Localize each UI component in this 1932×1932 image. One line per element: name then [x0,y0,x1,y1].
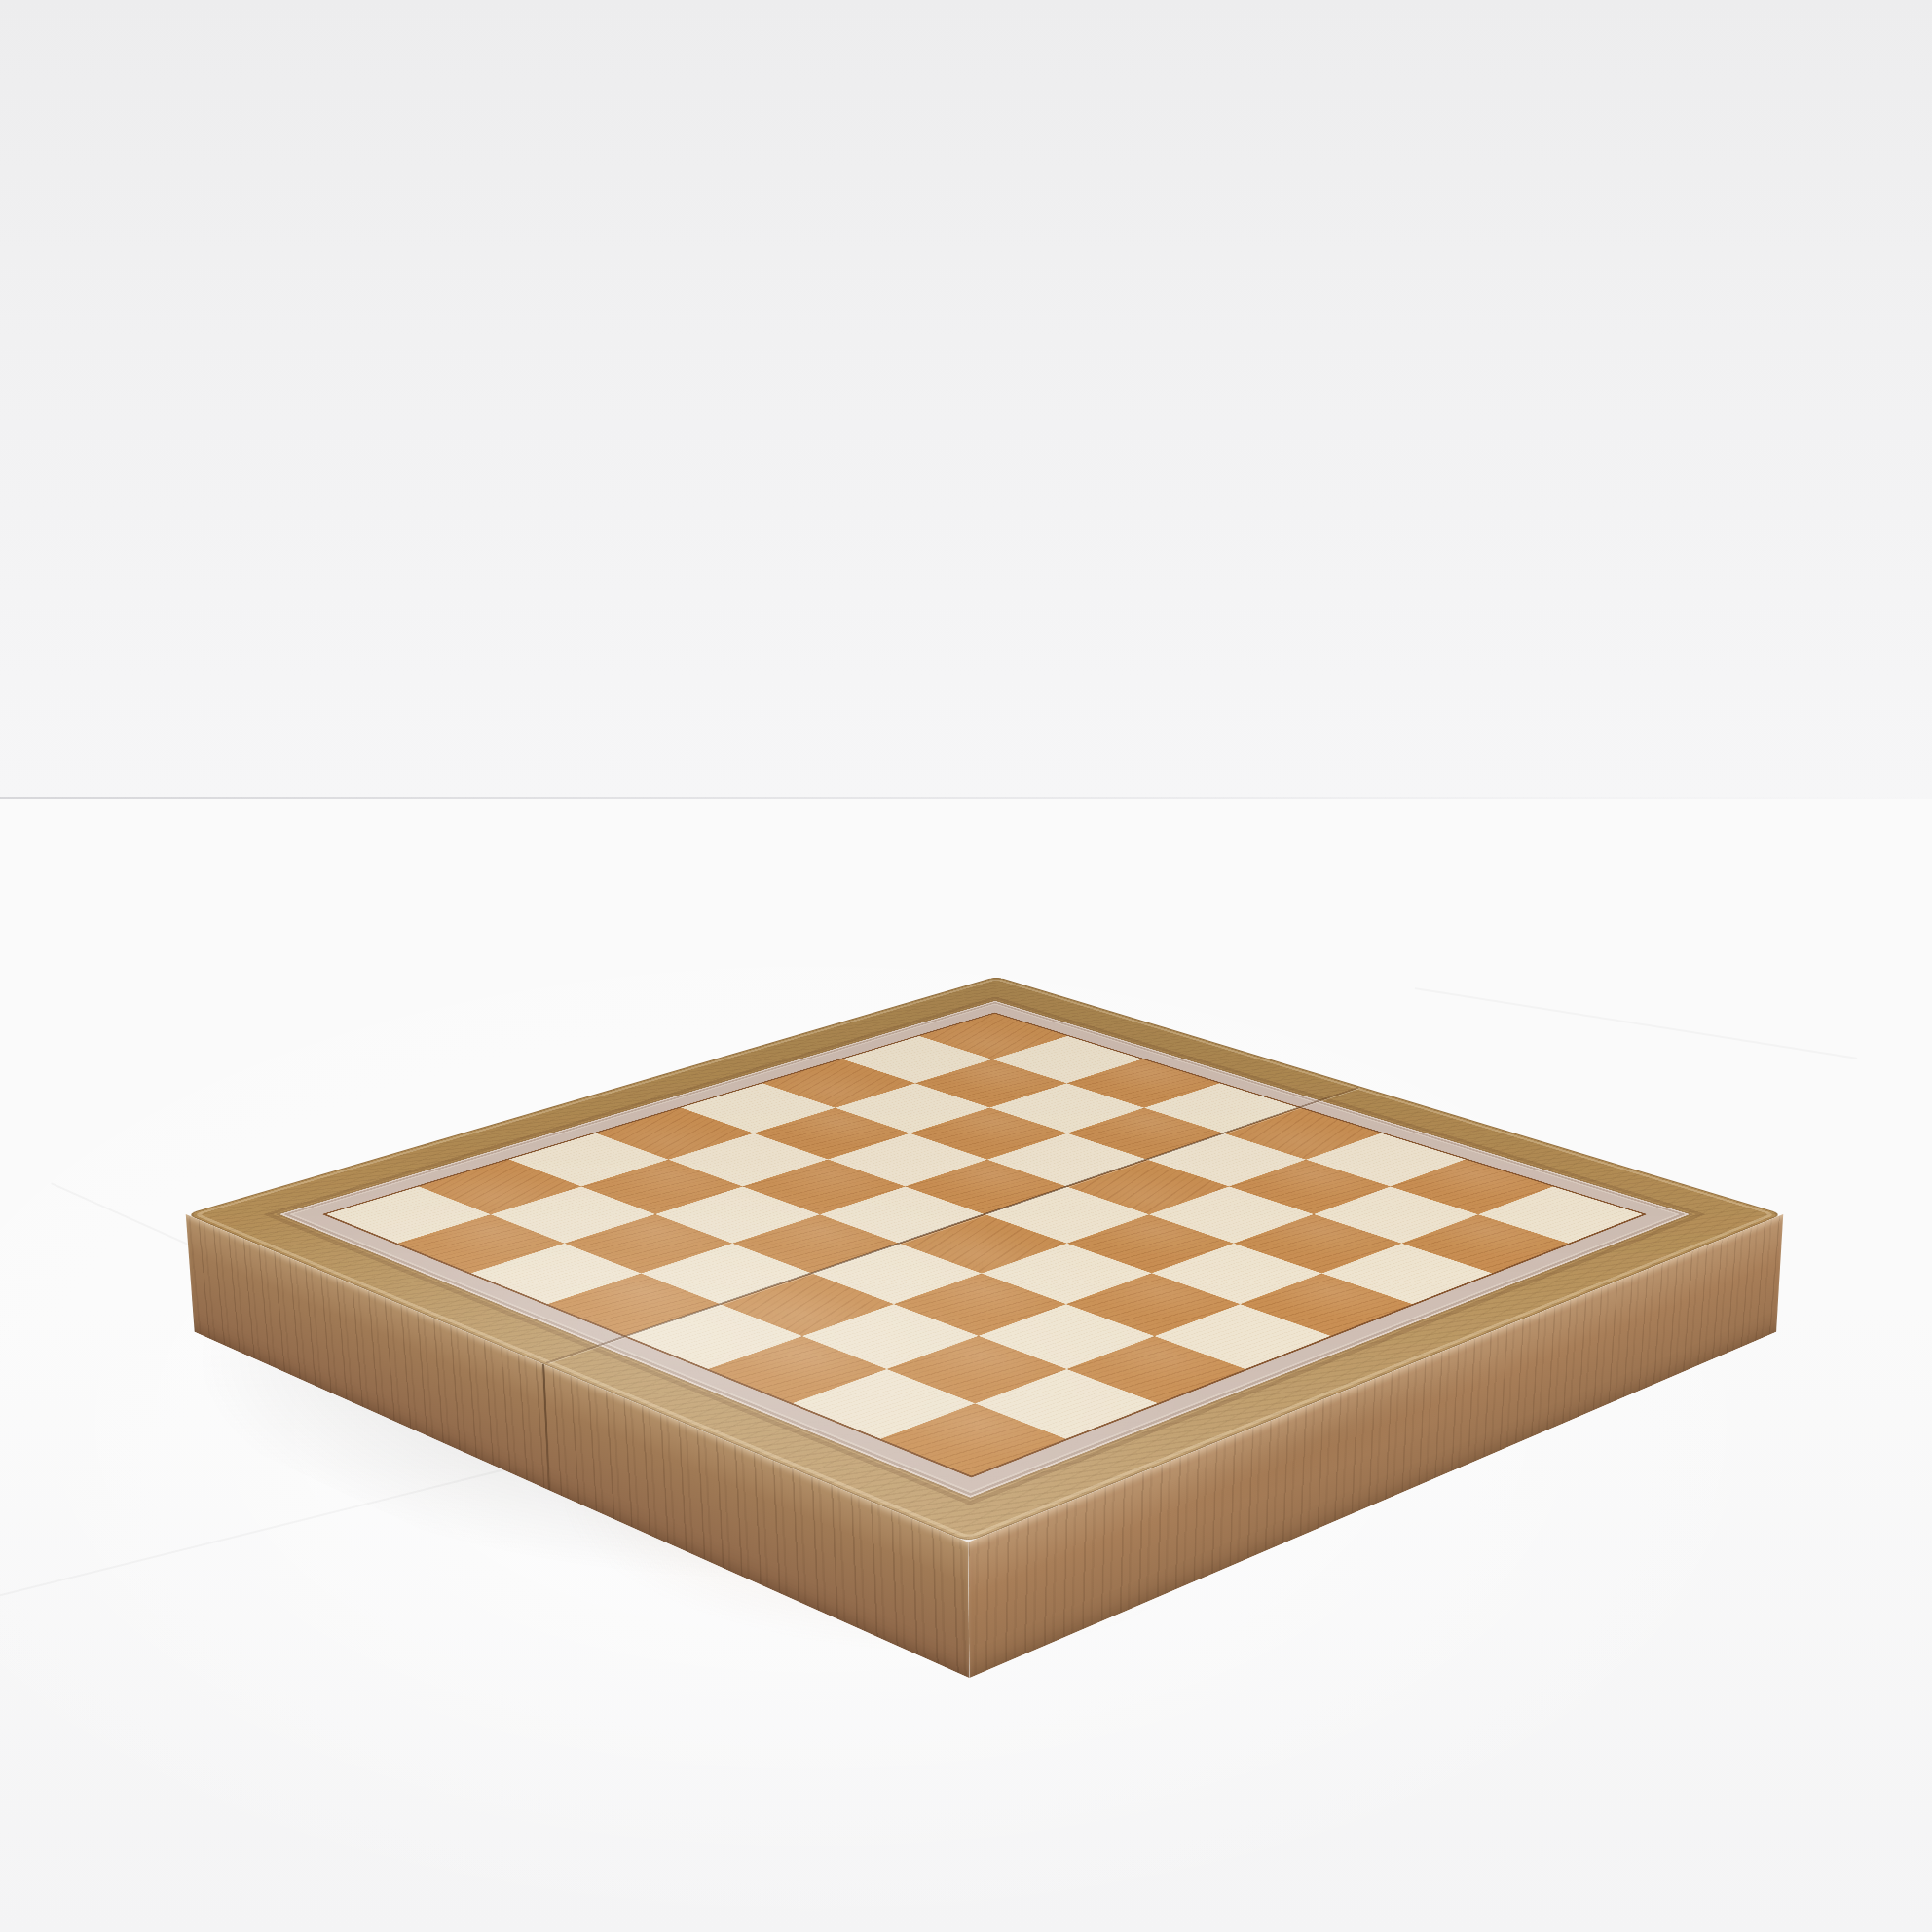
square-g1 [793,1369,975,1439]
square-h5 [1240,1273,1413,1336]
square-h1 [880,1403,1066,1475]
square-d1 [547,1273,721,1336]
square-g3 [979,1304,1155,1369]
square-f4 [982,1244,1152,1304]
square-h4 [1155,1304,1331,1369]
square-h7 [1401,1214,1569,1273]
square-c2 [565,1214,732,1273]
square-f1 [708,1336,887,1403]
square-d2 [642,1244,812,1304]
square-e3 [811,1244,982,1304]
square-f5 [1066,1214,1234,1273]
square-h2 [975,1369,1157,1439]
square-g5 [1152,1244,1322,1304]
square-g4 [1066,1273,1240,1336]
fold-joint [542,1364,550,1491]
square-e1 [626,1304,802,1369]
square-h6 [1321,1244,1492,1304]
photo-backdrop [0,0,1932,1932]
square-d3 [732,1214,900,1273]
scene-3d [0,0,1932,1932]
square-g2 [887,1336,1066,1403]
square-g6 [1234,1214,1401,1273]
square-h3 [1066,1336,1245,1403]
chessboard-box [186,977,1783,1542]
square-b1 [397,1214,565,1273]
square-f2 [802,1304,979,1369]
square-c1 [471,1244,642,1304]
square-f3 [894,1273,1067,1336]
square-e2 [721,1273,894,1336]
square-e4 [900,1214,1067,1273]
